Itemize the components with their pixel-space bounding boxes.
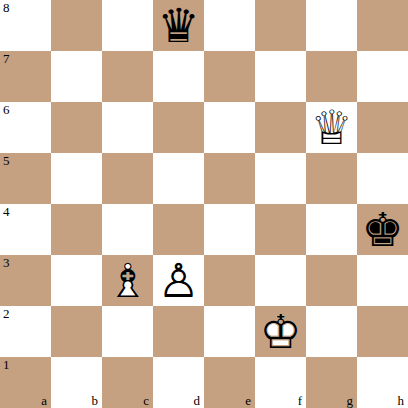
white-pawn-glyph: ♙ (157, 253, 199, 308)
square-a2[interactable]: 2 (0, 306, 51, 357)
square-h1[interactable]: h (357, 357, 408, 408)
piece-black-queen[interactable]: ♛ (153, 0, 204, 51)
square-h5[interactable] (357, 153, 408, 204)
square-h3[interactable] (357, 255, 408, 306)
square-g4[interactable] (306, 204, 357, 255)
white-bishop-glyph: ♗ (106, 253, 148, 308)
square-b4[interactable] (51, 204, 102, 255)
square-h8[interactable] (357, 0, 408, 51)
rank-label-8: 8 (3, 1, 10, 14)
square-h4[interactable]: ♚ (357, 204, 408, 255)
square-f6[interactable] (255, 102, 306, 153)
square-h6[interactable] (357, 102, 408, 153)
square-a1[interactable]: 1a (0, 357, 51, 408)
square-g5[interactable] (306, 153, 357, 204)
square-a6[interactable]: 6 (0, 102, 51, 153)
square-f7[interactable] (255, 51, 306, 102)
square-e8[interactable] (204, 0, 255, 51)
square-e3[interactable] (204, 255, 255, 306)
square-d4[interactable] (153, 204, 204, 255)
square-c4[interactable] (102, 204, 153, 255)
piece-white-pawn[interactable]: ♟♙ (153, 255, 204, 306)
square-c8[interactable] (102, 0, 153, 51)
square-b6[interactable] (51, 102, 102, 153)
square-g3[interactable] (306, 255, 357, 306)
square-c6[interactable] (102, 102, 153, 153)
square-d2[interactable] (153, 306, 204, 357)
file-label-h: h (398, 394, 405, 407)
square-f4[interactable] (255, 204, 306, 255)
square-d1[interactable]: d (153, 357, 204, 408)
square-g8[interactable] (306, 0, 357, 51)
square-c7[interactable] (102, 51, 153, 102)
square-g7[interactable] (306, 51, 357, 102)
square-b1[interactable]: b (51, 357, 102, 408)
square-d3[interactable]: ♟♙ (153, 255, 204, 306)
square-c5[interactable] (102, 153, 153, 204)
square-b3[interactable] (51, 255, 102, 306)
file-label-e: e (245, 394, 251, 407)
square-b5[interactable] (51, 153, 102, 204)
rank-label-1: 1 (3, 358, 10, 371)
square-g2[interactable] (306, 306, 357, 357)
piece-white-bishop[interactable]: ♝♗ (102, 255, 153, 306)
square-c3[interactable]: ♝♗ (102, 255, 153, 306)
chess-board: 8♛76♛♕54♚3♝♗♟♙2♚♔1abcdefgh (0, 0, 408, 408)
square-f8[interactable] (255, 0, 306, 51)
square-d6[interactable] (153, 102, 204, 153)
square-a8[interactable]: 8 (0, 0, 51, 51)
square-b8[interactable] (51, 0, 102, 51)
rank-label-3: 3 (3, 256, 10, 269)
black-king-glyph: ♚ (361, 202, 403, 257)
square-h7[interactable] (357, 51, 408, 102)
piece-white-queen[interactable]: ♛♕ (306, 102, 357, 153)
file-label-c: c (143, 394, 149, 407)
square-e1[interactable]: e (204, 357, 255, 408)
square-a3[interactable]: 3 (0, 255, 51, 306)
white-king-glyph: ♔ (259, 304, 301, 359)
square-e5[interactable] (204, 153, 255, 204)
black-queen-glyph: ♛ (157, 0, 199, 53)
square-h2[interactable] (357, 306, 408, 357)
square-d5[interactable] (153, 153, 204, 204)
rank-label-5: 5 (3, 154, 10, 167)
square-c1[interactable]: c (102, 357, 153, 408)
square-a4[interactable]: 4 (0, 204, 51, 255)
rank-label-7: 7 (3, 52, 10, 65)
square-a5[interactable]: 5 (0, 153, 51, 204)
square-e6[interactable] (204, 102, 255, 153)
rank-label-6: 6 (3, 103, 10, 116)
file-label-a: a (41, 394, 47, 407)
rank-label-4: 4 (3, 205, 10, 218)
file-label-g: g (347, 394, 354, 407)
file-label-f: f (298, 394, 302, 407)
square-d7[interactable] (153, 51, 204, 102)
square-g6[interactable]: ♛♕ (306, 102, 357, 153)
file-label-b: b (92, 394, 99, 407)
square-e7[interactable] (204, 51, 255, 102)
file-label-d: d (194, 394, 201, 407)
square-f2[interactable]: ♚♔ (255, 306, 306, 357)
square-f3[interactable] (255, 255, 306, 306)
square-f5[interactable] (255, 153, 306, 204)
square-d8[interactable]: ♛ (153, 0, 204, 51)
square-b7[interactable] (51, 51, 102, 102)
square-b2[interactable] (51, 306, 102, 357)
piece-white-king[interactable]: ♚♔ (255, 306, 306, 357)
white-queen-glyph: ♕ (310, 100, 352, 155)
square-e4[interactable] (204, 204, 255, 255)
rank-label-2: 2 (3, 307, 10, 320)
square-a7[interactable]: 7 (0, 51, 51, 102)
square-g1[interactable]: g (306, 357, 357, 408)
piece-black-king[interactable]: ♚ (357, 204, 408, 255)
square-e2[interactable] (204, 306, 255, 357)
square-f1[interactable]: f (255, 357, 306, 408)
square-c2[interactable] (102, 306, 153, 357)
